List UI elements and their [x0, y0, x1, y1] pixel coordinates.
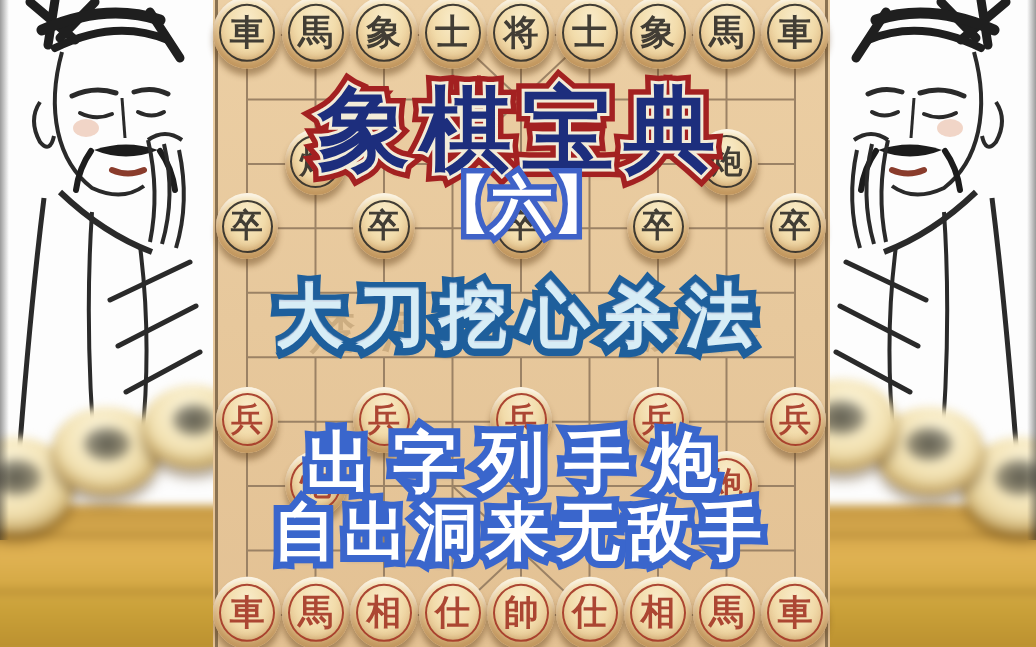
left-edge-shade	[0, 0, 9, 540]
piece-ring: 兵	[770, 393, 821, 446]
piece-character: 士	[435, 14, 470, 49]
piece-black-炮[interactable]: 炮	[285, 129, 347, 195]
piece-black-卒[interactable]: 卒	[490, 193, 552, 259]
piece-character: 帥	[504, 594, 539, 629]
blurred-table-pieces	[830, 385, 1036, 647]
piece-character: 炮	[300, 145, 332, 177]
piece-ring: 馬	[699, 584, 755, 642]
piece-black-車[interactable]: 車	[213, 0, 281, 69]
piece-ring: 卒	[496, 200, 547, 253]
piece-character: 兵	[505, 403, 537, 435]
blurred-table-pieces	[0, 385, 213, 647]
piece-character: 車	[230, 14, 265, 49]
piece-character: 炮	[711, 467, 743, 499]
piece-character: 車	[778, 594, 813, 629]
piece-black-卒[interactable]: 卒	[216, 193, 278, 259]
piece-character: 馬	[709, 594, 744, 629]
piece-ring: 馬	[288, 4, 344, 62]
piece-ring: 士	[562, 4, 618, 62]
piece-red-兵[interactable]: 兵	[216, 387, 278, 453]
piece-character: 相	[641, 594, 676, 629]
piece-character: 仕	[572, 594, 607, 629]
piece-red-仕[interactable]: 仕	[419, 577, 487, 647]
piece-red-仕[interactable]: 仕	[556, 577, 624, 647]
piece-ring: 仕	[562, 584, 618, 642]
piece-black-馬[interactable]: 馬	[282, 0, 350, 69]
piece-black-象[interactable]: 象	[624, 0, 692, 69]
piece-ring: 車	[767, 4, 823, 62]
piece-black-車[interactable]: 車	[761, 0, 829, 69]
piece-character: 車	[778, 14, 813, 49]
piece-ring: 馬	[288, 584, 344, 642]
piece-ring: 卒	[770, 200, 821, 253]
piece-ring: 帥	[493, 584, 549, 642]
piece-character: 仕	[435, 594, 470, 629]
piece-red-馬[interactable]: 馬	[693, 577, 761, 647]
piece-red-炮[interactable]: 炮	[285, 451, 347, 517]
piece-ring: 炮	[701, 135, 752, 188]
piece-ring: 卒	[633, 200, 684, 253]
piece-red-車[interactable]: 車	[213, 577, 281, 647]
piece-red-兵[interactable]: 兵	[627, 387, 689, 453]
left-background-panel	[0, 0, 213, 647]
right-edge-shade	[1027, 0, 1036, 540]
piece-red-兵[interactable]: 兵	[490, 387, 552, 453]
piece-character: 将	[504, 14, 539, 49]
piece-black-士[interactable]: 士	[556, 0, 624, 69]
piece-character: 馬	[709, 14, 744, 49]
piece-character: 相	[367, 594, 402, 629]
piece-red-兵[interactable]: 兵	[353, 387, 415, 453]
piece-black-将[interactable]: 将	[487, 0, 555, 69]
piece-ring: 炮	[701, 458, 752, 511]
piece-ring: 将	[493, 4, 549, 62]
piece-ring: 車	[219, 584, 275, 642]
piece-red-帥[interactable]: 帥	[487, 577, 555, 647]
piece-red-兵[interactable]: 兵	[764, 387, 826, 453]
piece-black-象[interactable]: 象	[350, 0, 418, 69]
video-frame: 楚河 汉界 車馬象士将士象馬車炮炮卒卒卒卒卒兵兵兵兵兵炮炮車馬相仕帥仕相馬車 象…	[0, 0, 1036, 647]
piece-character: 馬	[298, 594, 333, 629]
piece-character: 卒	[642, 209, 674, 241]
piece-red-相[interactable]: 相	[624, 577, 692, 647]
piece-black-炮[interactable]: 炮	[696, 129, 758, 195]
piece-character: 兵	[642, 403, 674, 435]
piece-ring: 卒	[222, 200, 273, 253]
piece-character: 象	[641, 14, 676, 49]
piece-character: 炮	[300, 467, 332, 499]
piece-character: 象	[367, 14, 402, 49]
piece-character: 車	[230, 594, 265, 629]
piece-black-馬[interactable]: 馬	[693, 0, 761, 69]
xiangqi-board[interactable]: 楚河 汉界 車馬象士将士象馬車炮炮卒卒卒卒卒兵兵兵兵兵炮炮車馬相仕帥仕相馬車	[213, 0, 830, 647]
piece-character: 卒	[368, 209, 400, 241]
piece-ring: 象	[630, 4, 686, 62]
piece-character: 兵	[231, 403, 263, 435]
piece-black-卒[interactable]: 卒	[627, 193, 689, 259]
piece-ring: 士	[425, 4, 481, 62]
piece-ring: 兵	[222, 393, 273, 446]
piece-ring: 卒	[359, 200, 410, 253]
piece-red-相[interactable]: 相	[350, 577, 418, 647]
pieces-layer: 車馬象士将士象馬車炮炮卒卒卒卒卒兵兵兵兵兵炮炮車馬相仕帥仕相馬車	[213, 0, 830, 647]
piece-ring: 車	[219, 4, 275, 62]
piece-character: 馬	[298, 14, 333, 49]
piece-ring: 兵	[496, 393, 547, 446]
piece-character: 士	[572, 14, 607, 49]
piece-ring: 車	[767, 584, 823, 642]
piece-character: 卒	[505, 209, 537, 241]
piece-character: 卒	[231, 209, 263, 241]
piece-ring: 仕	[425, 584, 481, 642]
piece-ring: 象	[356, 4, 412, 62]
piece-red-車[interactable]: 車	[761, 577, 829, 647]
piece-character: 炮	[711, 145, 743, 177]
piece-ring: 兵	[633, 393, 684, 446]
piece-ring: 相	[630, 584, 686, 642]
piece-character: 卒	[779, 209, 811, 241]
piece-ring: 炮	[290, 135, 341, 188]
piece-character: 兵	[779, 403, 811, 435]
piece-black-卒[interactable]: 卒	[764, 193, 826, 259]
piece-black-士[interactable]: 士	[419, 0, 487, 69]
right-background-panel	[830, 0, 1036, 647]
piece-black-卒[interactable]: 卒	[353, 193, 415, 259]
piece-red-馬[interactable]: 馬	[282, 577, 350, 647]
piece-red-炮[interactable]: 炮	[696, 451, 758, 517]
piece-ring: 馬	[699, 4, 755, 62]
piece-ring: 兵	[359, 393, 410, 446]
piece-ring: 相	[356, 584, 412, 642]
piece-character: 兵	[368, 403, 400, 435]
piece-ring: 炮	[290, 458, 341, 511]
